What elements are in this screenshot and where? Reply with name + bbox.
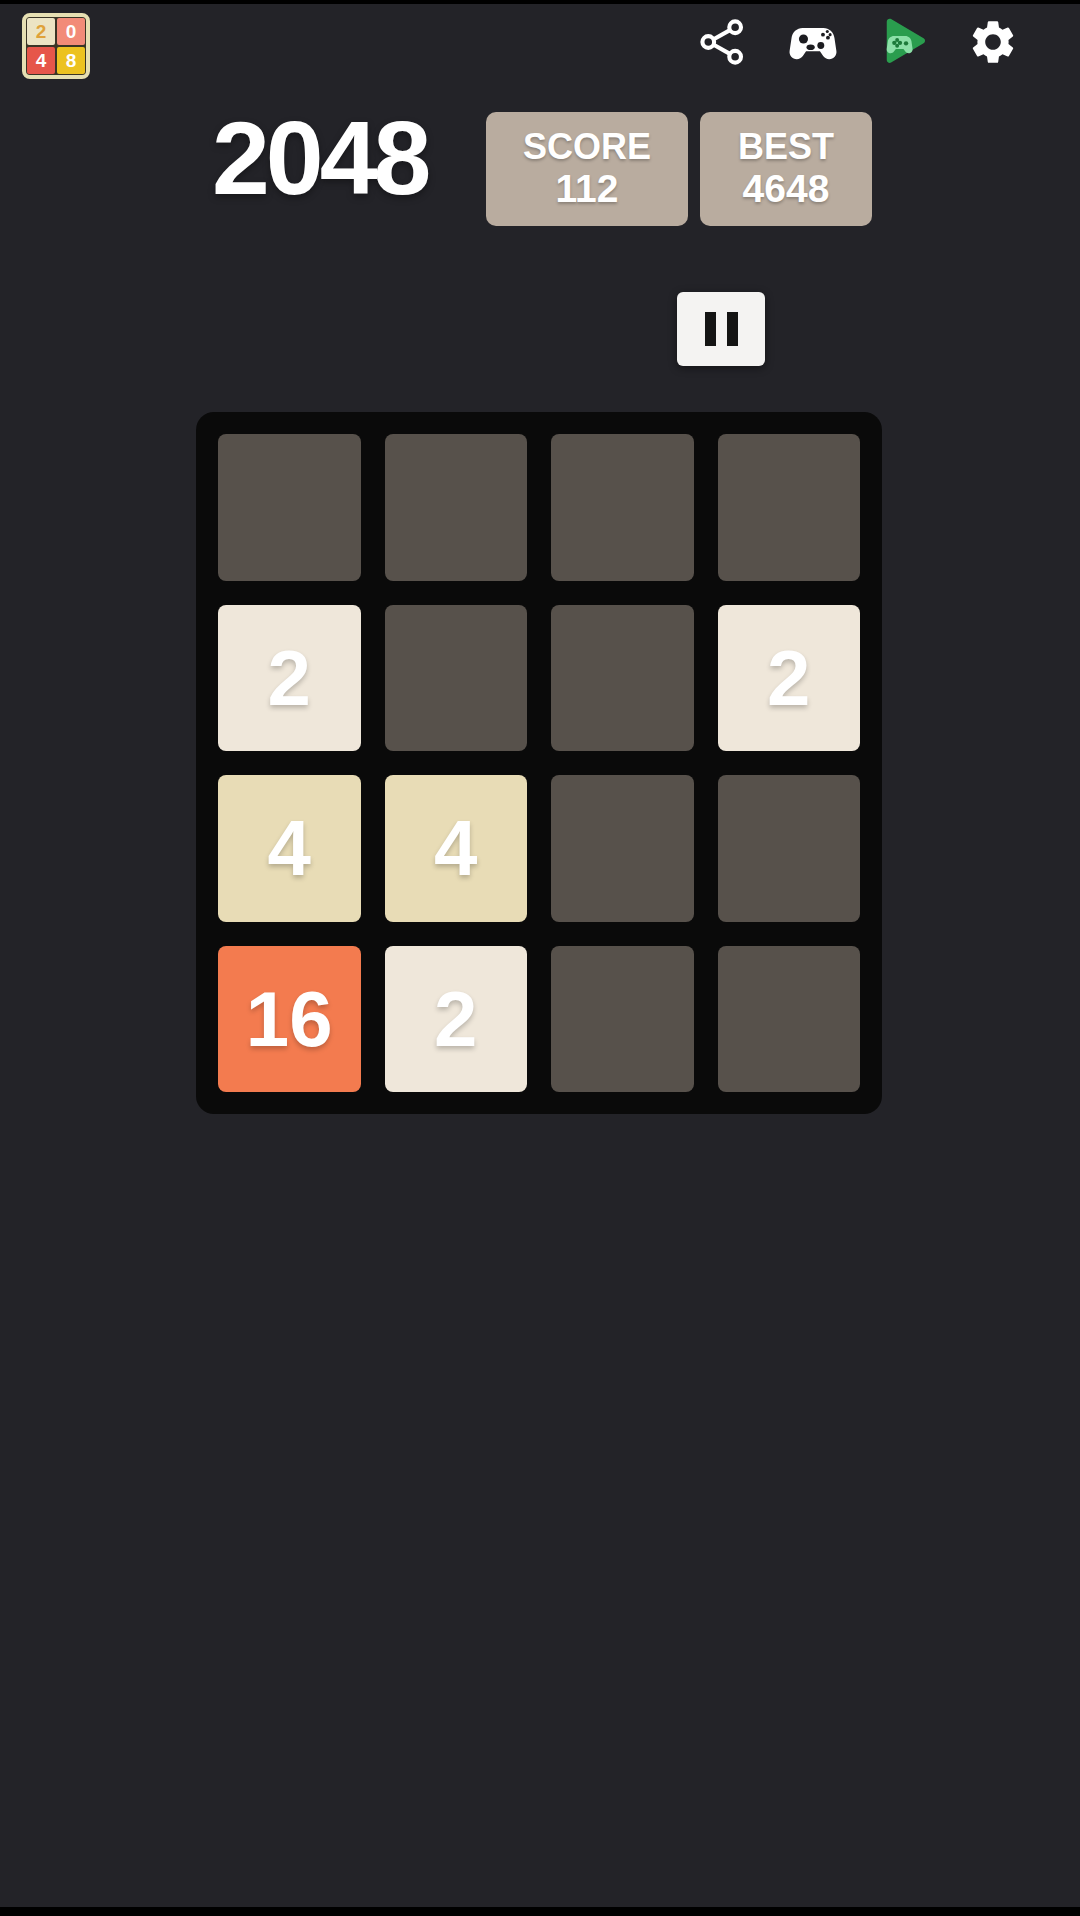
game-title: 2048 <box>212 106 427 210</box>
tile-4-r3c2: 4 <box>385 775 528 922</box>
tile-16-r4c1: 16 <box>218 946 361 1093</box>
app-logo-cell-2: 2 <box>27 18 55 45</box>
tile-2-r2c4: 2 <box>718 605 861 752</box>
best-value: 4648 <box>743 167 830 212</box>
app-logo-cell-0: 0 <box>57 18 85 45</box>
score-value: 112 <box>556 167 619 212</box>
board-grid[interactable]: 2244162 <box>196 412 882 1114</box>
pause-icon <box>727 312 738 346</box>
tile-4-r3c1: 4 <box>218 775 361 922</box>
score-label: SCORE <box>523 126 651 167</box>
topbar-actions <box>695 13 1021 71</box>
tile-value: 2 <box>268 639 311 717</box>
best-label: BEST <box>738 126 834 167</box>
app-logo-cell-4: 4 <box>27 47 55 74</box>
gamepad-icon[interactable] <box>785 14 841 70</box>
empty-cell-r3c3 <box>551 775 694 922</box>
empty-cell-r4c4 <box>718 946 861 1093</box>
empty-cell-r1c3 <box>551 434 694 581</box>
pause-button[interactable] <box>677 292 765 366</box>
score-box: SCORE 112 <box>486 112 688 226</box>
play-games-icon[interactable] <box>875 14 931 70</box>
app-logo-cell-8: 8 <box>57 47 85 74</box>
app-screen: 2048 <box>0 0 1080 1916</box>
settings-icon[interactable] <box>965 14 1021 70</box>
share-icon[interactable] <box>695 14 751 70</box>
empty-cell-r2c2 <box>385 605 528 752</box>
empty-cell-r2c3 <box>551 605 694 752</box>
tile-value: 16 <box>246 980 333 1058</box>
tile-value: 4 <box>268 809 311 887</box>
empty-cell-r4c3 <box>551 946 694 1093</box>
pause-icon <box>705 312 716 346</box>
tile-value: 4 <box>434 809 477 887</box>
app-logo-2048: 2048 <box>22 13 90 79</box>
best-box: BEST 4648 <box>700 112 872 226</box>
tile-2-r4c2: 2 <box>385 946 528 1093</box>
bottom-nav-strip <box>0 1907 1080 1916</box>
empty-cell-r1c1 <box>218 434 361 581</box>
tile-2-r2c1: 2 <box>218 605 361 752</box>
empty-cell-r1c4 <box>718 434 861 581</box>
top-edge-strip <box>0 0 1080 4</box>
tile-value: 2 <box>434 980 477 1058</box>
empty-cell-r1c2 <box>385 434 528 581</box>
tile-value: 2 <box>767 639 810 717</box>
empty-cell-r3c4 <box>718 775 861 922</box>
